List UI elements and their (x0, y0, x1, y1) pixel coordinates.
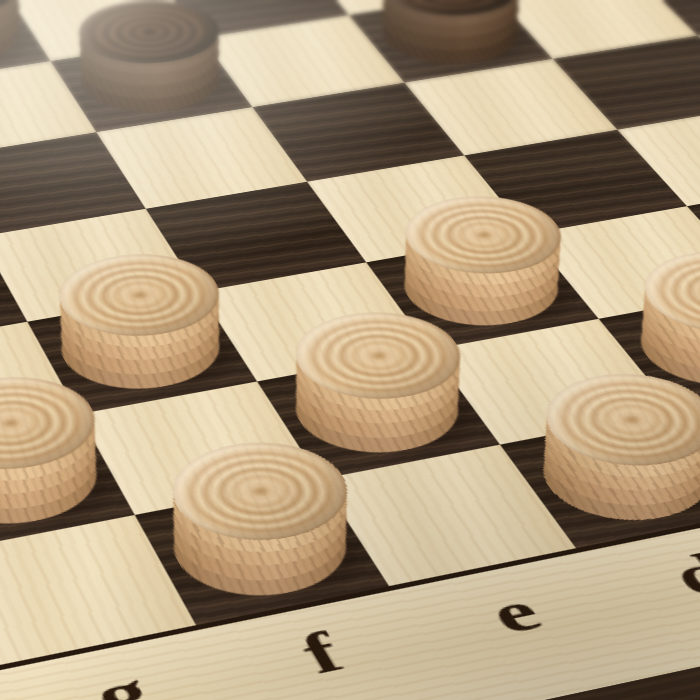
file-label-e: e (467, 568, 591, 699)
file-label-f: f (281, 607, 388, 700)
piece-light-f8[interactable] (152, 489, 371, 614)
board-photo: hgfedcba (0, 0, 700, 700)
file-label-g: g (77, 645, 191, 700)
file-label-d: d (647, 529, 700, 658)
checkers-board: hgfedcba (0, 0, 700, 700)
